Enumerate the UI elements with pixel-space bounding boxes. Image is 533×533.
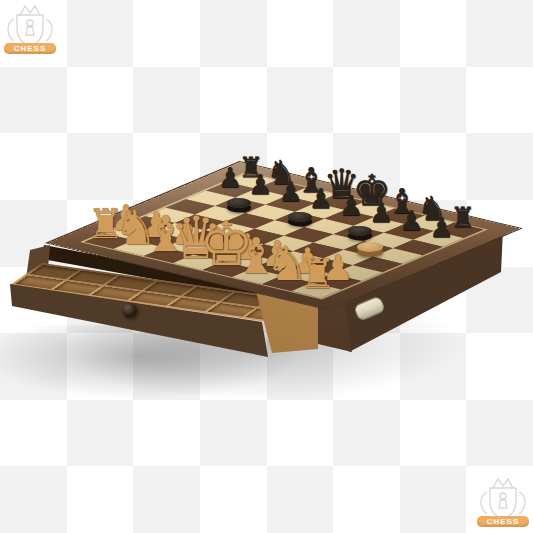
logo-banner: CHESS bbox=[4, 43, 56, 54]
piece-black-pawn: ♟ bbox=[307, 185, 334, 212]
piece-black-pawn: ♟ bbox=[216, 164, 243, 191]
checker-disc-dark bbox=[227, 198, 251, 208]
piece-black-pawn: ♟ bbox=[277, 178, 304, 205]
logo-banner: CHESS bbox=[477, 516, 529, 527]
piece-black-pawn: ♟ bbox=[367, 199, 394, 226]
piece-white-rook: ♜ bbox=[297, 254, 337, 294]
piece-black-pawn: ♟ bbox=[428, 214, 455, 241]
watermark-logo-bottom-right: CHESS bbox=[475, 475, 531, 531]
piece-black-pawn: ♟ bbox=[247, 171, 274, 198]
product-photo-stage: ♜♞♝♛♚♝♞♜♟♟♟♟♟♟♟♟♟♟♟♟♟♟♟♟♜♞♝♛♚♝♞♜ CHESS bbox=[0, 0, 533, 533]
checker-disc-light bbox=[357, 242, 382, 253]
pieces-layer: ♜♞♝♛♚♝♞♜♟♟♟♟♟♟♟♟♟♟♟♟♟♟♟♟♜♞♝♛♚♝♞♜ bbox=[0, 0, 533, 533]
checker-disc-dark bbox=[348, 226, 372, 236]
watermark-logo-top-left: CHESS bbox=[2, 2, 58, 58]
piece-black-pawn: ♟ bbox=[337, 192, 364, 219]
piece-black-pawn: ♟ bbox=[398, 207, 425, 234]
checker-disc-dark bbox=[288, 212, 312, 222]
